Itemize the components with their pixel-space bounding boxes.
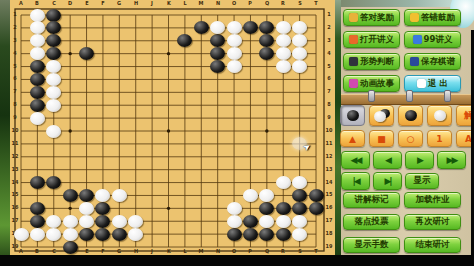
tool-black-stone-mark[interactable]	[398, 105, 423, 126]
col-label-top: P	[247, 2, 254, 7]
row-label-left: 13	[11, 167, 18, 172]
col-label-bottom: J	[148, 250, 155, 255]
bottom-letterbox	[0, 255, 474, 266]
stone-white[interactable]	[46, 228, 61, 241]
stone-white[interactable]	[112, 215, 127, 228]
shelf-pin-icon	[406, 90, 413, 102]
button-label: 99讲义	[424, 34, 453, 46]
button-label: 答错鼓励	[421, 12, 455, 24]
button-再次研讨[interactable]: 再次研讨	[404, 214, 461, 230]
button-答错鼓励[interactable]: 答错鼓励	[404, 9, 461, 26]
button-label: 打开讲义	[360, 34, 394, 46]
col-label-bottom: P	[247, 250, 254, 255]
row-label-right: 9	[325, 116, 332, 121]
stone-black[interactable]	[79, 189, 94, 202]
button-99讲义[interactable]: 99讲义	[404, 31, 461, 48]
button-label: 结束研讨	[416, 239, 450, 251]
stone-black[interactable]	[30, 60, 45, 73]
col-label-bottom: F	[99, 250, 106, 255]
stone-white[interactable]	[79, 215, 94, 228]
app-window: AABBCCDDEEFFGGHHJJKKLLMMNNOOPPQQRRSSTT11…	[0, 0, 474, 266]
shelf-pin-icon	[368, 90, 375, 102]
medal-icon	[349, 13, 358, 22]
button-label: 保存棋谱	[421, 56, 455, 68]
col-label-bottom: O	[230, 250, 237, 255]
stone-black[interactable]	[309, 202, 324, 215]
stone-white[interactable]	[259, 215, 274, 228]
button-结束研讨[interactable]: 结束研讨	[404, 237, 461, 253]
stone-white[interactable]	[292, 215, 307, 228]
row-label-left: 10	[11, 129, 18, 134]
row-label-right: 10	[325, 129, 332, 134]
stone-white[interactable]	[30, 9, 45, 22]
white-stone-icon	[374, 111, 386, 122]
col-label-bottom: G	[116, 250, 123, 255]
col-label-bottom: A	[17, 250, 24, 255]
stone-black[interactable]	[63, 189, 78, 202]
tool-alternate-stones[interactable]	[369, 105, 394, 126]
stone-white[interactable]	[227, 21, 242, 34]
row-label-right: 5	[325, 64, 332, 69]
row-label-left: 17	[11, 219, 18, 224]
button-形势判断[interactable]: 形势判断	[343, 53, 400, 70]
stone-white[interactable]	[128, 215, 143, 228]
row-label-right: 3	[325, 38, 332, 43]
show-label: 显示	[414, 175, 431, 187]
row-label-right: 13	[325, 167, 332, 172]
row-label-right: 18	[325, 232, 332, 237]
button-显示手数[interactable]: 显示手数	[343, 237, 400, 253]
button-label: 落点投票	[355, 216, 389, 228]
col-label-top: T	[312, 2, 319, 7]
white-stone-icon	[434, 110, 446, 121]
nav-▶▶[interactable]: ▶▶	[437, 151, 466, 169]
stone-black[interactable]	[243, 215, 258, 228]
row-label-right: 17	[325, 219, 332, 224]
nav-arrow-icon: ◀	[385, 155, 390, 165]
stone-white[interactable]	[46, 86, 61, 99]
nav-step-icon: ▶|	[384, 176, 390, 186]
button-落点投票[interactable]: 落点投票	[343, 214, 400, 230]
shelf-pin-icon	[444, 90, 451, 102]
row-label-left: 8	[11, 103, 18, 108]
row-label-right: 8	[325, 103, 332, 108]
col-label-bottom: M	[198, 250, 205, 255]
stone-white[interactable]	[292, 228, 307, 241]
row-label-right: 1	[325, 13, 332, 18]
nav-▶|[interactable]: ▶|	[373, 172, 402, 190]
stone-white[interactable]	[63, 228, 78, 241]
row-label-right: 2	[325, 25, 332, 30]
nav-▶[interactable]: ▶	[405, 151, 434, 169]
marker-tool-○[interactable]: ○	[398, 130, 423, 147]
stone-white[interactable]	[128, 228, 143, 241]
col-label-bottom: C	[50, 250, 57, 255]
stone-white[interactable]	[46, 125, 61, 138]
nav-◀◀[interactable]: ◀◀	[341, 151, 370, 169]
nav-arrow-icon: ◀◀	[351, 155, 361, 165]
col-label-bottom: S	[296, 250, 303, 255]
row-label-right: 14	[325, 180, 332, 185]
col-label-top: L	[181, 2, 188, 7]
stone-white[interactable]	[276, 215, 291, 228]
marker-tool-■[interactable]: ■	[369, 130, 394, 147]
row-label-right: 12	[325, 154, 332, 159]
nav-|◀[interactable]: |◀	[341, 172, 370, 190]
col-label-top: G	[116, 2, 123, 7]
stone-black[interactable]	[259, 228, 274, 241]
stone-white[interactable]	[46, 215, 61, 228]
col-label-bottom: K	[165, 250, 172, 255]
stone-black[interactable]	[79, 228, 94, 241]
row-label-left: 19	[11, 245, 18, 250]
row-label-right: 15	[325, 193, 332, 198]
row-label-left: 16	[11, 206, 18, 211]
stone-white[interactable]	[79, 202, 94, 215]
book-icon	[349, 35, 358, 44]
button-加载作业[interactable]: 加载作业	[404, 192, 461, 208]
stone-white[interactable]	[276, 176, 291, 189]
badge-99-icon	[413, 35, 422, 44]
marker-glyph: 1	[436, 134, 442, 144]
stone-white[interactable]	[227, 60, 242, 73]
col-label-top: M	[198, 2, 205, 7]
row-label-left: 6	[11, 77, 18, 82]
stone-black[interactable]	[63, 241, 78, 254]
stone-black[interactable]	[30, 99, 45, 112]
button-label: 退 出	[428, 78, 448, 90]
stone-black[interactable]	[292, 189, 307, 202]
col-label-bottom: B	[34, 250, 41, 255]
col-label-top: D	[66, 2, 73, 7]
stone-black[interactable]	[112, 228, 127, 241]
row-label-left: 4	[11, 51, 18, 56]
col-label-top: S	[296, 2, 303, 7]
judge-icon	[349, 57, 358, 66]
button-label: 形势判断	[360, 56, 394, 68]
marker-glyph: ■	[377, 134, 386, 144]
stone-white[interactable]	[243, 189, 258, 202]
background-trees-left	[0, 0, 10, 256]
story-icon	[349, 79, 358, 88]
button-讲解标记[interactable]: 讲解标记	[343, 192, 400, 208]
row-label-right: 11	[325, 141, 332, 146]
tool-white-stone[interactable]	[427, 105, 452, 126]
row-label-left: 12	[11, 154, 18, 159]
row-label-right: 6	[325, 77, 332, 82]
stone-black[interactable]	[30, 176, 45, 189]
nav-step-icon: |◀	[352, 176, 358, 186]
stone-white[interactable]	[276, 34, 291, 47]
col-label-top: E	[83, 2, 90, 7]
col-label-top: N	[214, 2, 221, 7]
go-board[interactable]: AABBCCDDEEFFGGHHJJKKLLMMNNOOPPQQRRSSTT11…	[10, 0, 335, 256]
stone-white[interactable]	[227, 47, 242, 60]
black-stone-icon	[405, 110, 417, 121]
col-label-top: F	[99, 2, 106, 7]
row-label-left: 2	[11, 25, 18, 30]
stone-white[interactable]	[14, 228, 29, 241]
stone-black[interactable]	[30, 86, 45, 99]
col-label-top: R	[280, 2, 287, 7]
stone-white[interactable]	[227, 202, 242, 215]
row-label-left: 7	[11, 90, 18, 95]
col-label-top: A	[17, 2, 24, 7]
marker-glyph: ○	[407, 134, 415, 144]
col-label-top: K	[165, 2, 172, 7]
col-label-top: B	[34, 2, 41, 7]
exit-icon	[417, 79, 426, 88]
row-label-right: 7	[325, 90, 332, 95]
nav-◀[interactable]: ◀	[373, 151, 402, 169]
marker-tool-▲[interactable]: ▲	[340, 130, 365, 147]
stone-black[interactable]	[30, 215, 45, 228]
row-label-left: 3	[11, 38, 18, 43]
stone-black[interactable]	[95, 228, 110, 241]
button-保存棋谱[interactable]: 保存棋谱	[404, 53, 461, 70]
tool-black-stone[interactable]	[340, 105, 365, 126]
nav-arrow-icon: ▶	[417, 155, 422, 165]
col-label-top: O	[230, 2, 237, 7]
row-label-left: 1	[11, 13, 18, 18]
nav-arrow-icon: ▶▶	[447, 155, 457, 165]
stone-black[interactable]	[309, 189, 324, 202]
stone-black[interactable]	[46, 9, 61, 22]
row-label-left: 14	[11, 180, 18, 185]
marker-tool-1[interactable]: 1	[427, 130, 452, 147]
row-label-right: 16	[325, 206, 332, 211]
row-label-left: 9	[11, 116, 18, 121]
stone-black[interactable]	[243, 228, 258, 241]
stone-white[interactable]	[46, 99, 61, 112]
col-label-top: H	[132, 2, 139, 7]
button-label: 答对奖励	[360, 12, 394, 24]
col-label-top: C	[50, 2, 57, 7]
stone-white[interactable]	[112, 189, 127, 202]
stone-white[interactable]	[227, 215, 242, 228]
stone-black[interactable]	[276, 202, 291, 215]
stone-black[interactable]	[227, 228, 242, 241]
stone-black[interactable]	[30, 202, 45, 215]
row-label-right: 4	[325, 51, 332, 56]
stone-white[interactable]	[30, 228, 45, 241]
stone-white[interactable]	[30, 47, 45, 60]
stone-black[interactable]	[276, 228, 291, 241]
button-label: 动画故事	[360, 78, 394, 90]
marker-glyph: ▲	[349, 134, 356, 144]
col-label-bottom: T	[312, 250, 319, 255]
stone-white[interactable]	[227, 34, 242, 47]
button-label: 再次研讨	[416, 216, 450, 228]
stone-white[interactable]	[276, 47, 291, 60]
button-退 出[interactable]: 退 出	[404, 75, 461, 92]
col-label-top: Q	[263, 2, 270, 7]
col-label-bottom: L	[181, 250, 188, 255]
row-label-left: 15	[11, 193, 18, 198]
trophy-icon	[410, 13, 419, 22]
button-label: 加载作业	[416, 194, 450, 206]
col-label-bottom: E	[83, 250, 90, 255]
show-button[interactable]: 显示	[405, 173, 439, 189]
button-label: 讲解标记	[355, 194, 389, 206]
save-icon	[410, 57, 419, 66]
stone-white[interactable]	[30, 112, 45, 125]
black-stone-icon	[347, 110, 359, 121]
stone-white[interactable]	[63, 215, 78, 228]
stone-black[interactable]	[292, 202, 307, 215]
button-打开讲义[interactable]: 打开讲义	[343, 31, 400, 48]
stone-white[interactable]	[276, 60, 291, 73]
col-label-bottom: R	[280, 250, 287, 255]
col-label-top: J	[148, 2, 155, 7]
stone-black[interactable]	[30, 73, 45, 86]
row-label-left: 5	[11, 64, 18, 69]
button-label: 显示手数	[355, 239, 389, 251]
col-label-bottom: N	[214, 250, 221, 255]
col-label-bottom: H	[132, 250, 139, 255]
row-label-right: 19	[325, 245, 332, 250]
col-label-bottom: Q	[263, 250, 270, 255]
button-答对奖励[interactable]: 答对奖励	[343, 9, 400, 26]
row-label-left: 11	[11, 141, 18, 146]
